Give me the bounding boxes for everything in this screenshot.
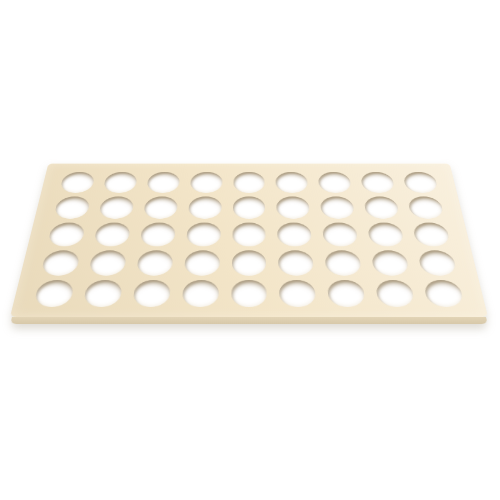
pit-hole — [320, 196, 355, 218]
tray-perspective-wrap — [10, 79, 488, 317]
pit-cell[interactable] — [146, 172, 180, 193]
pit-hole — [186, 223, 221, 247]
pit-cell[interactable] — [59, 172, 95, 193]
pit-cell[interactable] — [278, 250, 314, 275]
pit-cell[interactable] — [143, 196, 178, 218]
pit-cell[interactable] — [232, 223, 266, 247]
pit-hole — [83, 280, 123, 307]
pit-cell[interactable] — [364, 196, 400, 218]
pit-hole — [232, 223, 266, 247]
pit-cell[interactable] — [184, 250, 220, 275]
pit-cell[interactable] — [190, 172, 223, 193]
pit-hole — [98, 196, 134, 218]
pit-hole — [276, 196, 310, 218]
pit-hole — [360, 172, 395, 193]
pit-hole — [231, 250, 266, 275]
pit-cell[interactable] — [320, 196, 355, 218]
pit-hole — [146, 172, 180, 193]
pit-hole — [231, 280, 268, 307]
pit-hole — [140, 223, 176, 247]
pit-cell[interactable] — [277, 223, 312, 247]
pit-cell[interactable] — [276, 172, 309, 193]
pit-hole — [375, 280, 415, 307]
pit-cell[interactable] — [403, 172, 439, 193]
pit-hole — [232, 196, 265, 218]
pit-cell[interactable] — [136, 250, 173, 275]
pit-cell[interactable] — [325, 250, 362, 275]
pit-hole — [367, 223, 404, 247]
pit-cell[interactable] — [233, 172, 265, 193]
pit-cell[interactable] — [232, 196, 265, 218]
pit-hole — [143, 196, 178, 218]
pit-cell[interactable] — [188, 196, 222, 218]
pit-cell[interactable] — [98, 196, 134, 218]
pit-hole — [327, 280, 366, 307]
pit-hole — [184, 250, 220, 275]
pit-hole — [412, 223, 451, 247]
pit-hole — [423, 280, 465, 307]
pit-hole — [325, 250, 362, 275]
pit-cell[interactable] — [407, 196, 444, 218]
pit-tray-board — [10, 163, 488, 317]
pit-cell[interactable] — [279, 280, 316, 307]
pit-hole — [403, 172, 439, 193]
pit-cell[interactable] — [327, 280, 366, 307]
pit-hole — [318, 172, 352, 193]
pit-cell[interactable] — [231, 250, 266, 275]
pit-cell[interactable] — [132, 280, 171, 307]
pit-cell[interactable] — [47, 223, 86, 247]
pit-cell[interactable] — [33, 280, 75, 307]
pit-hole — [103, 172, 138, 193]
pit-cell[interactable] — [186, 223, 221, 247]
pit-cell[interactable] — [53, 196, 90, 218]
pit-cell[interactable] — [360, 172, 395, 193]
pit-cell[interactable] — [423, 280, 465, 307]
pit-hole — [33, 280, 75, 307]
pit-hole — [136, 250, 173, 275]
pit-hole — [47, 223, 86, 247]
pit-hole — [132, 280, 171, 307]
pit-cell[interactable] — [88, 250, 127, 275]
pit-hole — [278, 250, 314, 275]
pit-cell[interactable] — [40, 250, 80, 275]
pit-cell[interactable] — [140, 223, 176, 247]
pit-cell[interactable] — [318, 172, 352, 193]
pit-hole — [371, 250, 410, 275]
pit-cell[interactable] — [231, 280, 268, 307]
pit-hole — [322, 223, 358, 247]
pit-cell[interactable] — [322, 223, 358, 247]
pit-hole — [59, 172, 95, 193]
pit-cell[interactable] — [93, 223, 130, 247]
pit-hole — [190, 172, 223, 193]
pit-cell[interactable] — [276, 196, 310, 218]
pit-hole — [181, 280, 218, 307]
pit-hole — [88, 250, 127, 275]
pit-hole — [40, 250, 80, 275]
pit-hole — [417, 250, 457, 275]
pit-cell[interactable] — [371, 250, 410, 275]
pit-cell[interactable] — [412, 223, 451, 247]
pit-cell[interactable] — [83, 280, 123, 307]
pit-cell[interactable] — [367, 223, 404, 247]
pit-cell[interactable] — [375, 280, 415, 307]
pit-hole — [188, 196, 222, 218]
pit-hole — [407, 196, 444, 218]
pit-hole — [279, 280, 316, 307]
pit-cell[interactable] — [103, 172, 138, 193]
pit-hole — [93, 223, 130, 247]
pit-hole — [277, 223, 312, 247]
pit-cell[interactable] — [181, 280, 218, 307]
pit-hole — [364, 196, 400, 218]
product-photo-scene — [0, 0, 500, 500]
pit-hole — [276, 172, 309, 193]
pit-hole — [233, 172, 265, 193]
pit-cell[interactable] — [417, 250, 457, 275]
pit-hole — [53, 197, 90, 219]
